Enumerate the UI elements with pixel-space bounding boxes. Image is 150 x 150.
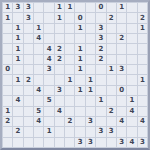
cell-r13-c6[interactable]	[55, 127, 64, 136]
cell-r11-c6[interactable]: 4	[55, 107, 64, 116]
cell-r13-c13[interactable]	[127, 127, 136, 136]
cell-r1-c2[interactable]: 3	[13, 3, 22, 12]
cell-r4-c10[interactable]: 3	[96, 34, 105, 43]
cell-r9-c5[interactable]	[44, 86, 53, 95]
cell-r2-c1[interactable]: 1	[3, 13, 12, 22]
cell-r10-c13[interactable]: 1	[127, 96, 136, 105]
cell-r5-c12[interactable]	[117, 44, 126, 53]
cell-r11-c8[interactable]	[75, 107, 84, 116]
cell-r9-c10[interactable]	[96, 86, 105, 95]
cell-r12-c11[interactable]	[107, 117, 116, 126]
cell-r14-c9[interactable]: 3	[86, 138, 95, 147]
cell-r4-c8[interactable]	[75, 34, 84, 43]
cell-r9-c8[interactable]: 1	[75, 86, 84, 95]
cell-r4-c12[interactable]: 2	[117, 34, 126, 43]
cell-r9-c6[interactable]: 3	[55, 86, 64, 95]
cell-r5-c14[interactable]	[138, 44, 147, 53]
cell-r14-c4[interactable]	[34, 138, 43, 147]
cell-r8-c8[interactable]	[75, 75, 84, 84]
cell-r1-c14[interactable]	[138, 3, 147, 12]
cell-r8-c12[interactable]	[117, 75, 126, 84]
cell-r10-c12[interactable]	[117, 96, 126, 105]
cell-r1-c11[interactable]	[107, 3, 116, 12]
cell-r14-c5[interactable]	[44, 138, 53, 147]
cell-r11-c10[interactable]	[96, 107, 105, 116]
cell-r3-c3[interactable]	[24, 24, 33, 33]
cell-r1-c5[interactable]	[44, 3, 53, 12]
cell-r4-c4[interactable]: 4	[34, 34, 43, 43]
cell-r13-c2[interactable]: 2	[13, 127, 22, 136]
cell-r8-c10[interactable]	[96, 75, 105, 84]
cell-r5-c1[interactable]	[3, 44, 12, 53]
cell-r1-c10[interactable]: 0	[96, 3, 105, 12]
cell-r14-c14[interactable]: 3	[138, 138, 147, 147]
cell-r12-c5[interactable]	[44, 117, 53, 126]
cell-r8-c5[interactable]	[44, 75, 53, 84]
cell-r14-c10[interactable]	[96, 138, 105, 147]
cell-r8-c7[interactable]: 1	[65, 75, 74, 84]
cell-r12-c3[interactable]	[24, 117, 33, 126]
cell-r6-c10[interactable]: 2	[96, 55, 105, 64]
cell-r9-c13[interactable]	[127, 86, 136, 95]
cell-r5-c7[interactable]	[65, 44, 74, 53]
cell-r8-c11[interactable]	[107, 75, 116, 84]
cell-r6-c11[interactable]	[107, 55, 116, 64]
cell-r12-c8[interactable]	[75, 117, 84, 126]
cell-r6-c13[interactable]	[127, 55, 136, 64]
cell-r10-c9[interactable]	[86, 96, 95, 105]
cell-r1-c6[interactable]: 1	[55, 3, 64, 12]
cell-r4-c2[interactable]: 1	[13, 34, 22, 43]
cell-r12-c14[interactable]: 4	[138, 117, 147, 126]
cell-r4-c14[interactable]	[138, 34, 147, 43]
cell-r6-c12[interactable]	[117, 55, 126, 64]
cell-r9-c9[interactable]: 1	[86, 86, 95, 95]
cell-r13-c1[interactable]	[3, 127, 12, 136]
cell-r7-c5[interactable]: 3	[44, 65, 53, 74]
cell-r12-c12[interactable]: 4	[117, 117, 126, 126]
cell-r13-c9[interactable]	[86, 127, 95, 136]
cell-r4-c6[interactable]	[55, 34, 64, 43]
cell-r3-c6[interactable]	[55, 24, 64, 33]
cell-r6-c6[interactable]: 2	[55, 55, 64, 64]
cell-r5-c13[interactable]	[127, 44, 136, 53]
cell-r11-c11[interactable]: 2	[107, 107, 116, 116]
cell-r7-c9[interactable]	[86, 65, 95, 74]
cell-r2-c7[interactable]	[65, 13, 74, 22]
cell-r12-c10[interactable]	[96, 117, 105, 126]
cell-r5-c6[interactable]: 2	[55, 44, 64, 53]
cell-r2-c14[interactable]: 2	[138, 13, 147, 22]
cell-r10-c4[interactable]	[34, 96, 43, 105]
cell-r2-c5[interactable]	[44, 13, 53, 22]
cell-r7-c13[interactable]	[127, 65, 136, 74]
cell-r1-c8[interactable]	[75, 3, 84, 12]
cell-r2-c12[interactable]	[117, 13, 126, 22]
cell-r9-c7[interactable]	[65, 86, 74, 95]
cell-r12-c1[interactable]: 2	[3, 117, 12, 126]
cell-r8-c2[interactable]: 1	[13, 75, 22, 84]
cell-r1-c13[interactable]	[127, 3, 136, 12]
cell-r5-c11[interactable]	[107, 44, 116, 53]
cell-r11-c12[interactable]	[117, 107, 126, 116]
cell-r3-c5[interactable]	[44, 24, 53, 33]
cell-r11-c4[interactable]: 5	[34, 107, 43, 116]
cell-r6-c7[interactable]	[65, 55, 74, 64]
cell-r11-c3[interactable]	[24, 107, 33, 116]
cell-r9-c4[interactable]: 4	[34, 86, 43, 95]
cell-r8-c9[interactable]: 1	[86, 75, 95, 84]
cell-r6-c3[interactable]	[24, 55, 33, 64]
cell-r2-c13[interactable]	[127, 13, 136, 22]
cell-r2-c3[interactable]: 3	[24, 13, 33, 22]
cell-r10-c2[interactable]: 4	[13, 96, 22, 105]
cell-r13-c12[interactable]	[117, 127, 126, 136]
cell-r11-c5[interactable]	[44, 107, 53, 116]
cell-r2-c9[interactable]	[86, 13, 95, 22]
cell-r4-c9[interactable]	[86, 34, 95, 43]
cell-r2-c11[interactable]: 2	[107, 13, 116, 22]
cell-r10-c10[interactable]: 1	[96, 96, 105, 105]
cell-r10-c8[interactable]	[75, 96, 84, 105]
cell-r5-c2[interactable]: 1	[13, 44, 22, 53]
cell-r13-c4[interactable]	[34, 127, 43, 136]
cell-r14-c3[interactable]	[24, 138, 33, 147]
cell-r13-c7[interactable]	[65, 127, 74, 136]
cell-r1-c12[interactable]: 1	[117, 3, 126, 12]
cell-r2-c2[interactable]	[13, 13, 22, 22]
cell-r5-c8[interactable]: 1	[75, 44, 84, 53]
cell-r11-c14[interactable]	[138, 107, 147, 116]
cell-r8-c3[interactable]: 2	[24, 75, 33, 84]
cell-r1-c7[interactable]: 1	[65, 3, 74, 12]
cell-r6-c5[interactable]: 4	[44, 55, 53, 64]
cell-r5-c3[interactable]	[24, 44, 33, 53]
cell-r14-c8[interactable]: 3	[75, 138, 84, 147]
cell-r4-c1[interactable]	[3, 34, 12, 43]
cell-r2-c4[interactable]	[34, 13, 43, 22]
cell-r11-c7[interactable]	[65, 107, 74, 116]
cell-r8-c13[interactable]	[127, 75, 136, 84]
cell-r5-c10[interactable]: 2	[96, 44, 105, 53]
cell-r5-c4[interactable]	[34, 44, 43, 53]
cell-r10-c3[interactable]	[24, 96, 33, 105]
cell-r6-c9[interactable]	[86, 55, 95, 64]
cell-r12-c7[interactable]: 2	[65, 117, 74, 126]
cell-r4-c3[interactable]	[24, 34, 33, 43]
cell-r1-c4[interactable]	[34, 3, 43, 12]
cell-r3-c7[interactable]	[65, 24, 74, 33]
cell-r14-c12[interactable]: 3	[117, 138, 126, 147]
cell-r5-c5[interactable]: 4	[44, 44, 53, 53]
cell-r14-c11[interactable]	[107, 138, 116, 147]
cell-r8-c6[interactable]	[55, 75, 64, 84]
cell-r3-c12[interactable]	[117, 24, 126, 33]
cell-r7-c11[interactable]: 1	[107, 65, 116, 74]
cell-r11-c2[interactable]	[13, 107, 22, 116]
cell-r3-c2[interactable]: 1	[13, 24, 22, 33]
cell-r3-c11[interactable]	[107, 24, 116, 33]
cell-r6-c1[interactable]	[3, 55, 12, 64]
cell-r1-c3[interactable]: 3	[24, 3, 33, 12]
cell-r7-c3[interactable]	[24, 65, 33, 74]
cell-r8-c4[interactable]	[34, 75, 43, 84]
cell-r11-c13[interactable]: 4	[127, 107, 136, 116]
cell-r9-c12[interactable]: 0	[117, 86, 126, 95]
cell-r9-c3[interactable]	[24, 86, 33, 95]
cell-r6-c14[interactable]	[138, 55, 147, 64]
cell-r13-c5[interactable]: 1	[44, 127, 53, 136]
cell-r13-c14[interactable]	[138, 127, 147, 136]
cell-r3-c1[interactable]	[3, 24, 12, 33]
cell-r13-c10[interactable]: 3	[96, 127, 105, 136]
cell-r8-c14[interactable]: 1	[138, 75, 147, 84]
cell-r7-c6[interactable]	[55, 65, 64, 74]
cell-r7-c2[interactable]	[13, 65, 22, 74]
cell-r13-c3[interactable]	[24, 127, 33, 136]
cell-r7-c12[interactable]: 3	[117, 65, 126, 74]
cell-r6-c2[interactable]: 1	[13, 55, 22, 64]
cell-r10-c6[interactable]	[55, 96, 64, 105]
cell-r1-c9[interactable]	[86, 3, 95, 12]
cell-r9-c14[interactable]	[138, 86, 147, 95]
cell-r7-c4[interactable]	[34, 65, 43, 74]
cell-r6-c8[interactable]: 1	[75, 55, 84, 64]
cell-r10-c14[interactable]	[138, 96, 147, 105]
cell-r13-c8[interactable]	[75, 127, 84, 136]
cell-r10-c11[interactable]	[107, 96, 116, 105]
cell-r4-c11[interactable]	[107, 34, 116, 43]
puzzle-board: 1331101131022111311432142121421203113121…	[0, 0, 150, 150]
cell-r9-c1[interactable]	[3, 86, 12, 95]
cell-r12-c6[interactable]	[55, 117, 64, 126]
cell-r11-c1[interactable]: 1	[3, 107, 12, 116]
cell-r3-c4[interactable]: 1	[34, 24, 43, 33]
cell-r14-c1[interactable]	[3, 138, 12, 147]
cell-r12-c2[interactable]	[13, 117, 22, 126]
cell-r7-c7[interactable]	[65, 65, 74, 74]
cell-r10-c7[interactable]	[65, 96, 74, 105]
cell-r3-c14[interactable]: 1	[138, 24, 147, 33]
cell-r2-c6[interactable]: 1	[55, 13, 64, 22]
cell-r7-c14[interactable]	[138, 65, 147, 74]
cell-r5-c9[interactable]	[86, 44, 95, 53]
cell-r4-c5[interactable]	[44, 34, 53, 43]
cell-r11-c9[interactable]	[86, 107, 95, 116]
cell-r12-c13[interactable]	[127, 117, 136, 126]
cell-r8-c1[interactable]	[3, 75, 12, 84]
cell-r12-c9[interactable]: 3	[86, 117, 95, 126]
cell-r14-c2[interactable]	[13, 138, 22, 147]
cell-r3-c8[interactable]: 1	[75, 24, 84, 33]
cell-r14-c7[interactable]	[65, 138, 74, 147]
cell-r14-c6[interactable]	[55, 138, 64, 147]
cell-r7-c8[interactable]: 1	[75, 65, 84, 74]
cell-r14-c13[interactable]: 4	[127, 138, 136, 147]
cell-r4-c7[interactable]	[65, 34, 74, 43]
cell-r3-c10[interactable]: 3	[96, 24, 105, 33]
cell-r1-c1[interactable]: 1	[3, 3, 12, 12]
cell-r10-c5[interactable]: 5	[44, 96, 53, 105]
cell-r4-c13[interactable]	[127, 34, 136, 43]
cell-r2-c8[interactable]: 0	[75, 13, 84, 22]
cell-r10-c1[interactable]	[3, 96, 12, 105]
cell-r12-c4[interactable]: 4	[34, 117, 43, 126]
cell-r3-c9[interactable]	[86, 24, 95, 33]
cell-r6-c4[interactable]	[34, 55, 43, 64]
cell-r7-c10[interactable]	[96, 65, 105, 74]
cell-r9-c2[interactable]	[13, 86, 22, 95]
cell-r2-c10[interactable]	[96, 13, 105, 22]
cell-r3-c13[interactable]	[127, 24, 136, 33]
cell-r13-c11[interactable]: 3	[107, 127, 116, 136]
cell-r9-c11[interactable]	[107, 86, 116, 95]
cell-r7-c1[interactable]: 0	[3, 65, 12, 74]
